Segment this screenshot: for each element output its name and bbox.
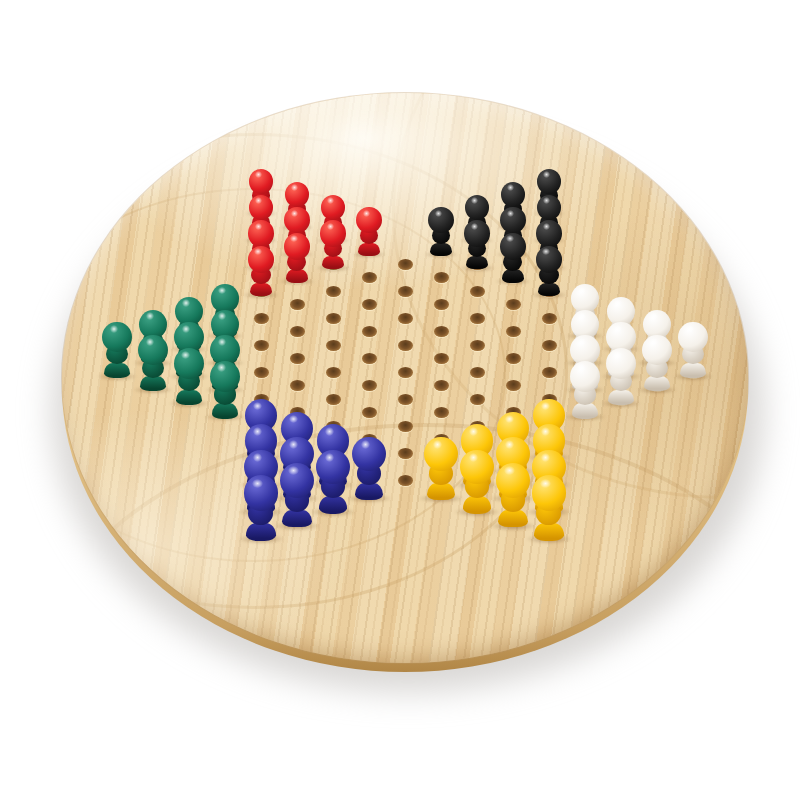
board-hole xyxy=(506,380,521,391)
peg-green xyxy=(136,335,170,391)
specular-highlight xyxy=(540,479,550,488)
board-hole xyxy=(470,340,485,351)
board-hole xyxy=(326,340,341,351)
peg-base xyxy=(322,256,344,269)
specular-highlight xyxy=(218,338,227,346)
peg-base xyxy=(466,256,488,269)
board-hole xyxy=(326,313,341,324)
peg-base xyxy=(680,363,705,378)
board-hole xyxy=(290,299,305,310)
board-hole xyxy=(326,367,341,378)
board-hole xyxy=(434,299,449,310)
specular-highlight xyxy=(578,312,586,320)
peg-base xyxy=(358,243,380,256)
peg-yellow xyxy=(494,463,533,528)
specular-highlight xyxy=(686,325,695,333)
board-hole xyxy=(254,313,269,324)
board-hole xyxy=(470,313,485,324)
specular-highlight xyxy=(614,325,623,333)
peg-red xyxy=(318,220,347,269)
specular-highlight xyxy=(543,223,551,230)
board-hole xyxy=(290,380,305,391)
board-hole xyxy=(398,421,413,432)
board-hole xyxy=(506,299,521,310)
board-hole xyxy=(362,326,377,337)
board-hole xyxy=(542,340,557,351)
board-hole xyxy=(398,367,413,378)
peg-base xyxy=(140,376,166,391)
board-hole xyxy=(398,286,413,297)
peg-green xyxy=(172,348,206,405)
board-hole xyxy=(362,380,377,391)
board-hole xyxy=(434,407,449,418)
specular-highlight xyxy=(504,466,514,475)
specular-highlight xyxy=(255,223,263,230)
board-hole xyxy=(326,286,341,297)
specular-highlight xyxy=(543,197,550,204)
peg-white xyxy=(604,348,638,405)
peg-white xyxy=(676,322,709,378)
peg-white xyxy=(640,335,674,391)
board-hole xyxy=(398,259,413,270)
board-hole xyxy=(254,367,269,378)
board-hole xyxy=(398,394,413,405)
peg-blue xyxy=(314,450,352,514)
specular-highlight xyxy=(255,171,262,177)
specular-highlight xyxy=(217,363,226,371)
board-hole xyxy=(542,313,557,324)
board-hole xyxy=(434,326,449,337)
peg-base xyxy=(176,390,202,405)
peg-base xyxy=(430,243,452,256)
specular-highlight xyxy=(577,363,586,371)
peg-red xyxy=(246,246,276,297)
peg-base xyxy=(246,523,276,541)
peg-base xyxy=(319,496,348,513)
peg-base xyxy=(498,510,527,527)
board-hole xyxy=(434,272,449,283)
peg-yellow xyxy=(529,475,568,541)
specular-highlight xyxy=(110,325,119,333)
board-hole xyxy=(398,475,413,486)
peg-green xyxy=(208,361,243,419)
board-hole xyxy=(326,394,341,405)
peg-yellow xyxy=(422,437,460,500)
specular-highlight xyxy=(291,184,298,190)
peg-blue xyxy=(278,463,317,528)
peg-black xyxy=(462,220,491,269)
specular-highlight xyxy=(543,171,550,177)
board-hole xyxy=(362,407,377,418)
specular-highlight xyxy=(650,338,659,346)
specular-highlight xyxy=(327,223,335,230)
peg-base xyxy=(212,403,238,419)
peg-base xyxy=(644,376,670,391)
board-hole xyxy=(362,299,377,310)
specular-highlight xyxy=(363,210,370,217)
peg-black xyxy=(498,233,528,283)
board-hole xyxy=(506,353,521,364)
peg-base xyxy=(282,510,311,527)
peg-yellow xyxy=(458,450,496,514)
peg-base xyxy=(534,523,564,541)
board-hole xyxy=(542,367,557,378)
peg-white xyxy=(568,361,603,419)
specular-highlight xyxy=(181,351,190,359)
specular-highlight xyxy=(327,197,334,204)
board-hole xyxy=(470,394,485,405)
board-hole xyxy=(362,353,377,364)
board-hole xyxy=(398,340,413,351)
specular-highlight xyxy=(255,197,262,204)
peg-base xyxy=(104,363,129,378)
specular-highlight xyxy=(507,210,514,217)
board-hole xyxy=(362,272,377,283)
specular-highlight xyxy=(435,210,442,217)
board-hole xyxy=(434,380,449,391)
peg-green xyxy=(100,322,133,378)
specular-highlight xyxy=(146,312,154,320)
board-hole xyxy=(398,448,413,459)
peg-red xyxy=(355,207,384,255)
specular-highlight xyxy=(471,197,478,204)
board-hole xyxy=(434,353,449,364)
peg-black xyxy=(534,246,564,297)
peg-red xyxy=(282,233,312,283)
specular-highlight xyxy=(291,210,298,217)
board-hole xyxy=(470,367,485,378)
peg-base xyxy=(463,496,492,513)
board-hole xyxy=(254,340,269,351)
board-hole xyxy=(506,326,521,337)
peg-base xyxy=(355,483,384,500)
specular-highlight xyxy=(182,325,191,333)
chinese-checkers-board xyxy=(62,93,748,663)
specular-highlight xyxy=(218,312,226,320)
specular-highlight xyxy=(507,184,514,190)
board-hole xyxy=(470,286,485,297)
board-hole xyxy=(398,313,413,324)
board-hole xyxy=(290,326,305,337)
peg-base xyxy=(608,390,634,405)
board-hole xyxy=(290,353,305,364)
peg-base xyxy=(427,483,456,500)
specular-highlight xyxy=(252,479,262,488)
specular-highlight xyxy=(578,338,587,346)
peg-blue xyxy=(350,437,388,500)
specular-highlight xyxy=(471,223,479,230)
peg-black xyxy=(427,207,456,255)
specular-highlight xyxy=(613,351,622,359)
peg-base xyxy=(250,283,273,297)
peg-base xyxy=(502,269,525,282)
peg-base xyxy=(286,269,309,282)
specular-highlight xyxy=(288,466,298,475)
specular-highlight xyxy=(146,338,155,346)
specular-highlight xyxy=(650,312,658,320)
peg-blue xyxy=(241,475,280,541)
growth-ring xyxy=(62,423,748,663)
product-photo xyxy=(0,0,800,800)
peg-base xyxy=(538,283,561,297)
peg-base xyxy=(572,403,598,419)
